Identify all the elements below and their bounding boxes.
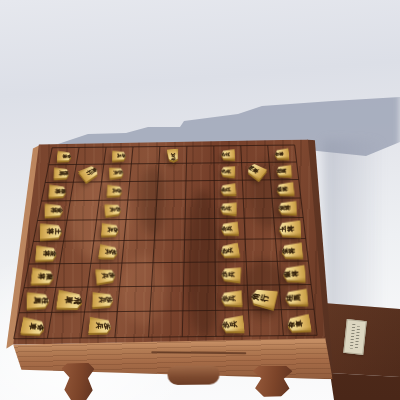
piece-kanji: 兵	[225, 149, 230, 160]
piece-kanji: 将	[286, 220, 294, 237]
piece-kanji: 兵	[94, 317, 103, 335]
piece-kanji: 馬	[33, 292, 41, 309]
piece-kanji: 将	[46, 223, 54, 240]
piece-kanji: 将	[50, 204, 57, 218]
piece-kanji: 兵	[167, 152, 179, 157]
piece-kanji: 兵	[228, 315, 238, 333]
piece-kanji: 兵	[101, 268, 109, 284]
piece-kanji: 桂	[41, 292, 49, 309]
piece-kanji: 馬	[281, 165, 287, 177]
piece-kanji: 車	[294, 314, 305, 332]
piece-kanji: 車	[61, 150, 67, 161]
piece-kanji: 馬	[292, 289, 301, 307]
piece-kanji: 将	[282, 182, 289, 196]
photo-backdrop: 香車桂馬銀将金将王将金将銀将桂馬香車角行飛車歩兵歩兵歩兵歩兵歩兵歩兵歩兵歩兵歩兵…	[0, 0, 400, 400]
piece-kanji: 将	[42, 245, 50, 261]
piece-kanji: 馬	[58, 167, 64, 179]
piece-kanji: 兵	[226, 202, 232, 215]
piece-kanji: 兵	[228, 266, 235, 281]
piece-kanji: 兵	[226, 183, 232, 195]
piece-kanji: 兵	[226, 165, 232, 176]
piece-kanji: 将	[288, 242, 297, 258]
piece-kanji: 王	[54, 223, 62, 240]
piece-kanji: 将	[54, 185, 61, 198]
piece-kanji: 兵	[111, 185, 117, 197]
piece-kanji: 兵	[226, 222, 233, 236]
shogi-table: 香車桂馬銀将金将王将金将銀将桂馬香車角行飛車歩兵歩兵歩兵歩兵歩兵歩兵歩兵歩兵歩兵…	[0, 0, 400, 400]
pieces-layer: 香車桂馬銀将金将王将金将銀将桂馬香車角行飛車歩兵歩兵歩兵歩兵歩兵歩兵歩兵歩兵歩兵…	[0, 0, 400, 400]
piece-kanji: 兵	[98, 291, 106, 307]
piece-kanji: 将	[37, 268, 46, 285]
piece-kanji: 将	[290, 265, 299, 282]
piece-kanji: 車	[279, 148, 285, 159]
piece-kanji: 兵	[228, 290, 236, 306]
piece-kanji: 兵	[226, 243, 235, 258]
piece-kanji: 兵	[116, 150, 121, 161]
piece-kanji: 将	[284, 201, 291, 215]
piece-kanji: 兵	[109, 203, 116, 216]
